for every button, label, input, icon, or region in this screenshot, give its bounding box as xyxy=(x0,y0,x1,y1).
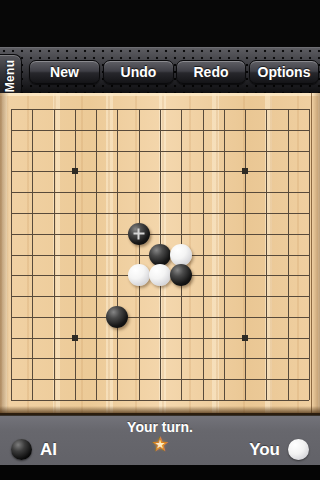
menu-tab[interactable]: Menu xyxy=(0,54,22,97)
star-point xyxy=(72,168,78,174)
grid-vline xyxy=(245,109,246,400)
board-grid[interactable] xyxy=(11,109,309,400)
grid-vline xyxy=(203,109,204,400)
black-stone xyxy=(106,306,128,328)
grid-vline xyxy=(309,109,310,400)
menu-tab-label: Menu xyxy=(4,59,18,92)
white-stone xyxy=(149,264,171,286)
options-button[interactable]: Options xyxy=(249,60,319,84)
board-bevel-top xyxy=(0,93,320,96)
grid-hline xyxy=(11,400,309,401)
you-player-label: You xyxy=(249,440,280,460)
you-white-stone-icon xyxy=(288,439,309,460)
grid-hline xyxy=(11,358,309,359)
app-screen: Menu New Undo Redo Options Your turn. AI… xyxy=(0,0,320,480)
turn-message: Your turn. xyxy=(0,419,320,435)
status-bar-black-area xyxy=(0,0,320,47)
new-button[interactable]: New xyxy=(29,60,100,84)
grid-hline xyxy=(11,317,309,318)
board-bevel-right xyxy=(311,93,320,415)
ai-black-stone-icon xyxy=(11,439,32,460)
grid-hline xyxy=(11,338,309,339)
grid-vline xyxy=(266,109,267,400)
white-stone xyxy=(170,244,192,266)
grid-vline xyxy=(224,109,225,400)
board-bevel-left xyxy=(0,93,9,415)
board-bevel-bottom xyxy=(0,406,320,415)
undo-button[interactable]: Undo xyxy=(103,60,174,84)
ai-player-label: AI xyxy=(40,440,57,460)
last-move-marker xyxy=(133,228,144,239)
bottom-black-area xyxy=(0,465,320,480)
redo-button[interactable]: Redo xyxy=(176,60,246,84)
game-board[interactable] xyxy=(0,93,320,415)
black-stone xyxy=(149,244,171,266)
star-icon: ★ xyxy=(152,436,167,453)
grid-hline xyxy=(11,379,309,380)
star-point xyxy=(72,335,78,341)
toolbar: Menu New Undo Redo Options xyxy=(0,47,320,93)
black-stone xyxy=(128,223,150,245)
grid-hline xyxy=(11,296,309,297)
star-point xyxy=(242,168,248,174)
black-stone xyxy=(170,264,192,286)
white-stone xyxy=(128,264,150,286)
game-status-bar: Your turn. AI ★ You xyxy=(0,415,320,465)
star-point xyxy=(242,335,248,341)
grid-vline xyxy=(288,109,289,400)
